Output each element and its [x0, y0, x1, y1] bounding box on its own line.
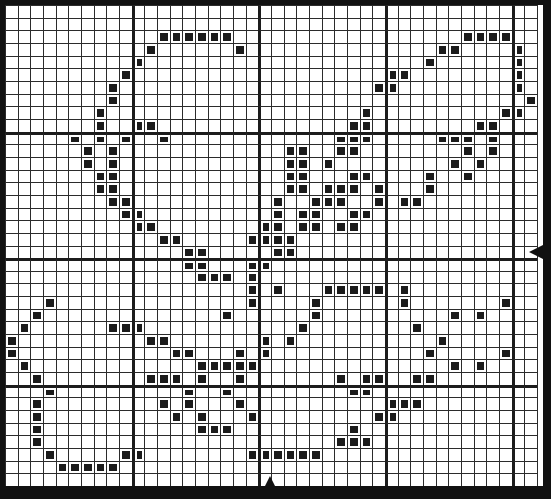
grid-cell: [56, 385, 69, 398]
grid-cell: [5, 423, 18, 436]
stitch-cell: [119, 68, 132, 81]
grid-cell: [474, 94, 487, 107]
grid-cell: [81, 43, 94, 56]
grid-cell: [208, 296, 221, 309]
grid-cell: [461, 258, 474, 271]
grid-cell: [43, 423, 56, 436]
grid-cell: [30, 461, 43, 474]
grid-cell: [512, 397, 525, 410]
stitch-cell: [334, 372, 347, 385]
grid-cell: [258, 208, 271, 221]
grid-cell: [106, 258, 119, 271]
stitch-cell: [448, 132, 461, 145]
stitch-cell: [309, 220, 322, 233]
grid-cell: [360, 461, 373, 474]
grid-cell: [461, 233, 474, 246]
grid-cell: [144, 182, 157, 195]
grid-cell: [284, 43, 297, 56]
grid-cell: [43, 334, 56, 347]
grid-cell: [524, 182, 537, 195]
grid-cell: [18, 435, 31, 448]
grid-cell: [157, 144, 170, 157]
grid-cell: [106, 473, 119, 486]
grid-cell: [246, 334, 259, 347]
grid-cell: [448, 372, 461, 385]
grid-cell: [322, 334, 335, 347]
grid-cell: [195, 119, 208, 132]
grid-cell: [410, 283, 423, 296]
grid-cell: [436, 372, 449, 385]
grid-cell: [486, 271, 499, 284]
grid-cell: [398, 423, 411, 436]
grid-cell: [436, 94, 449, 107]
grid-cell: [5, 410, 18, 423]
grid-cell: [334, 56, 347, 69]
grid-cell: [398, 385, 411, 398]
grid-cell: [195, 106, 208, 119]
grid-cell: [157, 309, 170, 322]
grid-cell: [499, 372, 512, 385]
grid-cell: [233, 81, 246, 94]
grid-cell: [132, 347, 145, 360]
grid-cell: [360, 359, 373, 372]
pattern-grid: [5, 5, 537, 486]
grid-cell: [474, 321, 487, 334]
grid-cell: [423, 283, 436, 296]
stitch-cell: [81, 461, 94, 474]
grid-cell: [296, 132, 309, 145]
grid-cell: [309, 271, 322, 284]
grid-cell: [474, 106, 487, 119]
grid-cell: [347, 68, 360, 81]
grid-cell: [461, 309, 474, 322]
stitch-cell: [258, 258, 271, 271]
grid-cell: [195, 94, 208, 107]
grid-cell: [208, 283, 221, 296]
grid-cell: [132, 5, 145, 18]
grid-cell: [474, 5, 487, 18]
grid-cell: [208, 94, 221, 107]
grid-cell: [410, 246, 423, 259]
grid-cell: [119, 334, 132, 347]
grid-cell: [512, 271, 525, 284]
grid-cell: [448, 461, 461, 474]
grid-cell: [94, 208, 107, 221]
grid-cell: [94, 347, 107, 360]
stitch-cell: [423, 56, 436, 69]
grid-cell: [448, 271, 461, 284]
grid-cell: [524, 448, 537, 461]
grid-cell: [119, 18, 132, 31]
grid-cell: [474, 296, 487, 309]
stitch-cell: [322, 195, 335, 208]
grid-cell: [271, 271, 284, 284]
grid-cell: [30, 56, 43, 69]
grid-cell: [271, 461, 284, 474]
grid-cell: [106, 5, 119, 18]
grid-cell: [512, 94, 525, 107]
grid-cell: [284, 309, 297, 322]
grid-cell: [132, 106, 145, 119]
grid-cell: [246, 321, 259, 334]
grid-cell: [398, 473, 411, 486]
grid-cell: [524, 220, 537, 233]
grid-cell: [296, 347, 309, 360]
grid-cell: [119, 359, 132, 372]
grid-cell: [524, 30, 537, 43]
grid-cell: [296, 30, 309, 43]
grid-cell: [499, 359, 512, 372]
grid-cell: [30, 385, 43, 398]
grid-cell: [309, 170, 322, 183]
grid-cell: [68, 157, 81, 170]
grid-cell: [81, 372, 94, 385]
grid-cell: [448, 195, 461, 208]
grid-cell: [474, 81, 487, 94]
stitch-cell: [347, 208, 360, 221]
grid-cell: [271, 347, 284, 360]
grid-cell: [474, 372, 487, 385]
grid-cell: [220, 334, 233, 347]
grid-cell: [68, 283, 81, 296]
grid-cell: [271, 423, 284, 436]
grid-cell: [43, 68, 56, 81]
grid-cell: [258, 18, 271, 31]
grid-cell: [5, 461, 18, 474]
grid-cell: [461, 157, 474, 170]
stitch-cell: [106, 94, 119, 107]
grid-cell: [30, 94, 43, 107]
grid-cell: [322, 258, 335, 271]
grid-cell: [271, 397, 284, 410]
grid-cell: [474, 423, 487, 436]
grid-cell: [208, 195, 221, 208]
stitch-cell: [284, 233, 297, 246]
grid-cell: [43, 106, 56, 119]
stitch-cell: [423, 182, 436, 195]
stitch-cell: [309, 309, 322, 322]
grid-cell: [372, 106, 385, 119]
grid-cell: [208, 233, 221, 246]
grid-cell: [68, 144, 81, 157]
grid-cell: [385, 246, 398, 259]
grid-cell: [347, 94, 360, 107]
grid-cell: [499, 43, 512, 56]
grid-cell: [512, 461, 525, 474]
grid-cell: [195, 182, 208, 195]
stitch-cell: [347, 283, 360, 296]
grid-cell: [233, 208, 246, 221]
stitch-cell: [195, 372, 208, 385]
grid-cell: [56, 258, 69, 271]
grid-cell: [499, 132, 512, 145]
grid-cell: [385, 157, 398, 170]
stitch-cell: [423, 170, 436, 183]
grid-cell: [132, 182, 145, 195]
grid-cell: [499, 170, 512, 183]
grid-cell: [385, 461, 398, 474]
grid-cell: [81, 283, 94, 296]
grid-cell: [284, 385, 297, 398]
grid-cell: [56, 157, 69, 170]
stitch-cell: [334, 182, 347, 195]
grid-cell: [170, 119, 183, 132]
grid-cell: [461, 410, 474, 423]
grid-cell: [309, 372, 322, 385]
grid-cell: [233, 435, 246, 448]
grid-cell: [322, 208, 335, 221]
grid-cell: [157, 18, 170, 31]
grid-cell: [524, 372, 537, 385]
grid-cell: [18, 372, 31, 385]
grid-cell: [512, 359, 525, 372]
grid-cell: [56, 423, 69, 436]
grid-cell: [436, 195, 449, 208]
grid-cell: [132, 410, 145, 423]
grid-cell: [94, 246, 107, 259]
grid-cell: [182, 132, 195, 145]
grid-cell: [119, 56, 132, 69]
grid-cell: [512, 132, 525, 145]
grid-cell: [144, 347, 157, 360]
stitch-cell: [170, 30, 183, 43]
grid-cell: [170, 385, 183, 398]
grid-cell: [157, 423, 170, 436]
grid-cell: [474, 283, 487, 296]
grid-cell: [157, 246, 170, 259]
grid-cell: [81, 56, 94, 69]
grid-cell: [233, 296, 246, 309]
grid-cell: [81, 5, 94, 18]
stitch-cell: [461, 132, 474, 145]
grid-cell: [486, 43, 499, 56]
grid-cell: [322, 473, 335, 486]
grid-cell: [18, 144, 31, 157]
grid-cell: [157, 170, 170, 183]
grid-cell: [56, 397, 69, 410]
grid-cell: [195, 397, 208, 410]
grid-cell: [372, 94, 385, 107]
grid-cell: [334, 157, 347, 170]
grid-cell: [119, 5, 132, 18]
stitch-cell: [322, 157, 335, 170]
grid-cell: [170, 5, 183, 18]
grid-cell: [208, 106, 221, 119]
grid-cell: [208, 347, 221, 360]
grid-cell: [233, 170, 246, 183]
grid-cell: [18, 68, 31, 81]
stitch-cell: [94, 461, 107, 474]
grid-cell: [30, 258, 43, 271]
grid-cell: [385, 119, 398, 132]
grid-cell: [512, 372, 525, 385]
grid-cell: [132, 246, 145, 259]
grid-cell: [398, 410, 411, 423]
grid-cell: [499, 18, 512, 31]
grid-cell: [284, 271, 297, 284]
grid-cell: [18, 18, 31, 31]
grid-cell: [195, 233, 208, 246]
grid-cell: [208, 321, 221, 334]
grid-cell: [372, 321, 385, 334]
stitch-cell: [170, 233, 183, 246]
grid-cell: [322, 448, 335, 461]
grid-cell: [436, 321, 449, 334]
grid-cell: [360, 448, 373, 461]
grid-cell: [81, 473, 94, 486]
grid-cell: [170, 397, 183, 410]
grid-cell: [360, 397, 373, 410]
grid-cell: [81, 246, 94, 259]
grid-cell: [486, 208, 499, 221]
stitch-cell: [309, 448, 322, 461]
grid-cell: [258, 359, 271, 372]
grid-cell: [18, 473, 31, 486]
stitch-cell: [119, 208, 132, 221]
grid-cell: [43, 119, 56, 132]
grid-cell: [448, 233, 461, 246]
grid-cell: [334, 296, 347, 309]
stitch-cell: [81, 144, 94, 157]
grid-cell: [132, 195, 145, 208]
grid-cell: [436, 30, 449, 43]
grid-cell: [170, 461, 183, 474]
grid-cell: [423, 359, 436, 372]
grid-cell: [106, 233, 119, 246]
grid-cell: [195, 385, 208, 398]
grid-cell: [68, 233, 81, 246]
grid-cell: [170, 283, 183, 296]
stitch-cell: [220, 30, 233, 43]
stitch-cell: [132, 119, 145, 132]
grid-cell: [208, 309, 221, 322]
grid-cell: [524, 43, 537, 56]
stitch-cell: [334, 220, 347, 233]
stitch-cell: [360, 372, 373, 385]
grid-cell: [524, 56, 537, 69]
stitch-cell: [220, 385, 233, 398]
grid-cell: [5, 18, 18, 31]
stitch-cell: [106, 81, 119, 94]
grid-cell: [474, 461, 487, 474]
grid-cell: [360, 18, 373, 31]
grid-cell: [43, 473, 56, 486]
grid-cell: [347, 258, 360, 271]
grid-cell: [208, 385, 221, 398]
stitch-cell: [347, 423, 360, 436]
grid-cell: [398, 220, 411, 233]
grid-cell: [119, 410, 132, 423]
stitch-cell: [233, 43, 246, 56]
grid-cell: [208, 372, 221, 385]
grid-cell: [360, 271, 373, 284]
grid-cell: [322, 106, 335, 119]
grid-cell: [360, 195, 373, 208]
grid-cell: [499, 334, 512, 347]
grid-cell: [372, 119, 385, 132]
stitch-cell: [334, 435, 347, 448]
grid-cell: [132, 18, 145, 31]
grid-cell: [436, 397, 449, 410]
grid-cell: [486, 334, 499, 347]
grid-cell: [246, 435, 259, 448]
grid-cell: [182, 170, 195, 183]
grid-cell: [43, 81, 56, 94]
stitch-cell: [30, 410, 43, 423]
grid-cell: [233, 246, 246, 259]
grid-cell: [258, 144, 271, 157]
grid-cell: [284, 435, 297, 448]
grid-cell: [56, 448, 69, 461]
stitch-cell: [106, 144, 119, 157]
grid-cell: [170, 321, 183, 334]
grid-cell: [246, 56, 259, 69]
grid-cell: [5, 397, 18, 410]
grid-cell: [486, 473, 499, 486]
grid-cell: [18, 119, 31, 132]
grid-cell: [499, 397, 512, 410]
grid-cell: [132, 233, 145, 246]
stitch-cell: [296, 208, 309, 221]
grid-cell: [43, 30, 56, 43]
grid-cell: [258, 271, 271, 284]
stitch-cell: [157, 397, 170, 410]
grid-cell: [486, 410, 499, 423]
grid-cell: [68, 372, 81, 385]
grid-cell: [398, 43, 411, 56]
grid-cell: [106, 208, 119, 221]
grid-cell: [43, 170, 56, 183]
grid-cell: [296, 94, 309, 107]
grid-cell: [410, 119, 423, 132]
grid-cell: [436, 410, 449, 423]
stitch-cell: [499, 296, 512, 309]
grid-cell: [258, 43, 271, 56]
grid-cell: [258, 385, 271, 398]
grid-cell: [220, 410, 233, 423]
grid-cell: [448, 81, 461, 94]
grid-cell: [157, 461, 170, 474]
grid-cell: [157, 359, 170, 372]
grid-cell: [5, 68, 18, 81]
grid-cell: [18, 56, 31, 69]
grid-cell: [182, 410, 195, 423]
grid-cell: [372, 296, 385, 309]
grid-cell: [5, 283, 18, 296]
grid-cell: [43, 271, 56, 284]
grid-cell: [43, 157, 56, 170]
grid-cell: [423, 220, 436, 233]
grid-cell: [195, 68, 208, 81]
grid-cell: [512, 283, 525, 296]
grid-cell: [309, 461, 322, 474]
grid-cell: [309, 68, 322, 81]
grid-cell: [322, 271, 335, 284]
grid-cell: [499, 246, 512, 259]
grid-cell: [423, 132, 436, 145]
grid-cell: [347, 43, 360, 56]
stitch-cell: [347, 435, 360, 448]
grid-cell: [246, 144, 259, 157]
grid-cell: [132, 309, 145, 322]
grid-cell: [30, 246, 43, 259]
stitch-cell: [385, 397, 398, 410]
grid-cell: [512, 448, 525, 461]
grid-cell: [106, 423, 119, 436]
grid-cell: [309, 397, 322, 410]
grid-cell: [144, 68, 157, 81]
stitch-cell: [436, 43, 449, 56]
